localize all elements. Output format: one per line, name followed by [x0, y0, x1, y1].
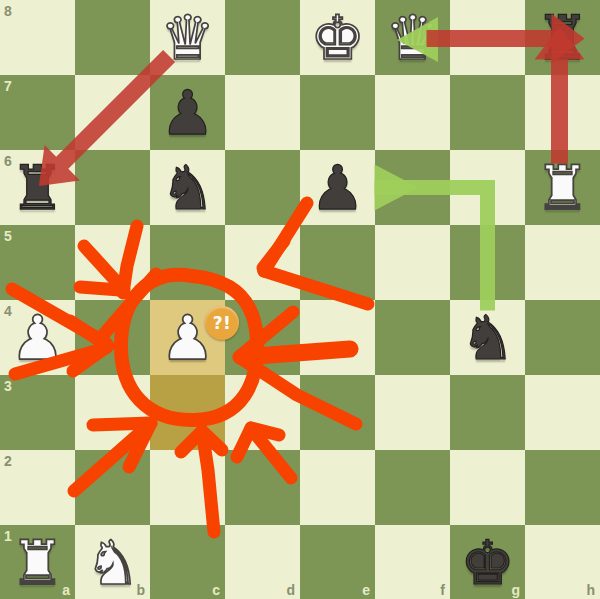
square-e4[interactable]: [300, 300, 375, 375]
square-a8[interactable]: 8: [0, 0, 75, 75]
move-assessment-badge: ?!: [205, 306, 239, 340]
piece-white-rook-h6[interactable]: ♜: [525, 150, 600, 225]
square-c2[interactable]: [150, 450, 225, 525]
square-b7[interactable]: [75, 75, 150, 150]
square-b2[interactable]: [75, 450, 150, 525]
square-f2[interactable]: [375, 450, 450, 525]
square-e7[interactable]: [300, 75, 375, 150]
square-e2[interactable]: [300, 450, 375, 525]
square-a7[interactable]: 7: [0, 75, 75, 150]
square-f4[interactable]: [375, 300, 450, 375]
rank-label-8: 8: [4, 4, 12, 18]
square-g6[interactable]: [450, 150, 525, 225]
square-f5[interactable]: [375, 225, 450, 300]
square-h2[interactable]: [525, 450, 600, 525]
square-h4[interactable]: [525, 300, 600, 375]
square-e3[interactable]: [300, 375, 375, 450]
piece-black-knight-c6[interactable]: ♞: [150, 150, 225, 225]
piece-white-queen-f8[interactable]: ♛: [375, 0, 450, 75]
file-label-e: e: [362, 583, 370, 597]
rank-label-7: 7: [4, 79, 12, 93]
piece-white-king-e8[interactable]: ♚: [300, 0, 375, 75]
rank-label-3: 3: [4, 379, 12, 393]
square-b5[interactable]: [75, 225, 150, 300]
square-g7[interactable]: [450, 75, 525, 150]
square-h3[interactable]: [525, 375, 600, 450]
piece-black-knight-g4[interactable]: ♞: [450, 300, 525, 375]
square-h5[interactable]: [525, 225, 600, 300]
square-d7[interactable]: [225, 75, 300, 150]
file-label-c: c: [212, 583, 220, 597]
square-a2[interactable]: 2: [0, 450, 75, 525]
square-a5[interactable]: 5: [0, 225, 75, 300]
piece-black-pawn-e6[interactable]: ♟: [300, 150, 375, 225]
square-h7[interactable]: [525, 75, 600, 150]
square-f1[interactable]: f: [375, 525, 450, 599]
square-d1[interactable]: d: [225, 525, 300, 599]
file-label-d: d: [286, 583, 295, 597]
square-e1[interactable]: e: [300, 525, 375, 599]
square-d4[interactable]: [225, 300, 300, 375]
file-label-f: f: [440, 583, 445, 597]
piece-white-knight-b1[interactable]: ♞: [75, 525, 150, 599]
piece-white-pawn-a4[interactable]: ♟: [0, 300, 75, 375]
square-g3[interactable]: [450, 375, 525, 450]
square-d6[interactable]: [225, 150, 300, 225]
square-g5[interactable]: [450, 225, 525, 300]
square-d8[interactable]: [225, 0, 300, 75]
square-c1[interactable]: c: [150, 525, 225, 599]
square-d2[interactable]: [225, 450, 300, 525]
square-f7[interactable]: [375, 75, 450, 150]
piece-white-rook-a1[interactable]: ♜: [0, 525, 75, 599]
square-b6[interactable]: [75, 150, 150, 225]
rank-label-2: 2: [4, 454, 12, 468]
file-label-h: h: [586, 583, 595, 597]
square-f6[interactable]: [375, 150, 450, 225]
square-c5[interactable]: [150, 225, 225, 300]
chess-board: 87654321abcdefgh ♛♚♛♜♟♜♞♟♜♟♟♞♜♞♚ ?!: [0, 0, 600, 599]
square-h1[interactable]: h: [525, 525, 600, 599]
rank-label-5: 5: [4, 229, 12, 243]
piece-black-pawn-c7[interactable]: ♟: [150, 75, 225, 150]
square-e5[interactable]: [300, 225, 375, 300]
square-b4[interactable]: [75, 300, 150, 375]
piece-black-rook-h8[interactable]: ♜: [525, 0, 600, 75]
piece-white-queen-c8[interactable]: ♛: [150, 0, 225, 75]
square-g8[interactable]: [450, 0, 525, 75]
square-g2[interactable]: [450, 450, 525, 525]
square-d3[interactable]: [225, 375, 300, 450]
square-d5[interactable]: [225, 225, 300, 300]
piece-black-rook-a6[interactable]: ♜: [0, 150, 75, 225]
square-a3[interactable]: 3: [0, 375, 75, 450]
square-c3[interactable]: [150, 375, 225, 450]
square-f3[interactable]: [375, 375, 450, 450]
square-b8[interactable]: [75, 0, 150, 75]
square-b3[interactable]: [75, 375, 150, 450]
piece-black-king-g1[interactable]: ♚: [450, 525, 525, 599]
